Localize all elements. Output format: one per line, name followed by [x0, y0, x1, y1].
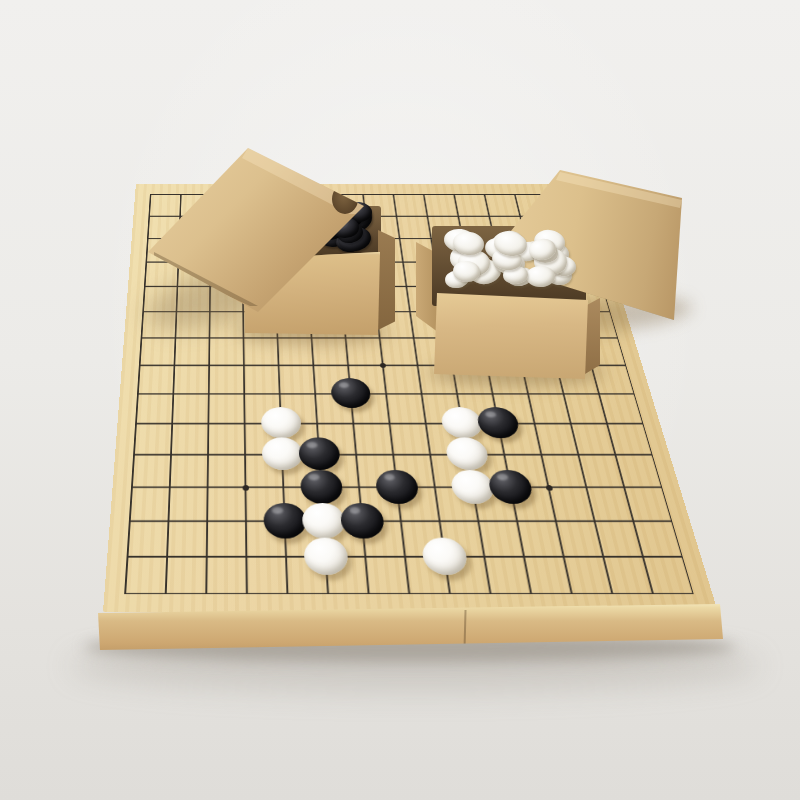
white-box-front: [432, 290, 590, 380]
white-stone[interactable]: [420, 537, 469, 574]
white-stone[interactable]: [444, 438, 490, 470]
star-point: [243, 485, 250, 491]
black-stone[interactable]: [339, 503, 385, 538]
white-stone-in-box: [526, 266, 555, 287]
white-stone[interactable]: [261, 438, 303, 470]
white-stone-heap[interactable]: [434, 226, 584, 304]
black-stone[interactable]: [263, 503, 307, 538]
black-box-side-face: [378, 224, 395, 330]
black-stone[interactable]: [486, 470, 534, 504]
black-stone[interactable]: [475, 407, 521, 438]
right-lid-rim-highlight: [554, 164, 686, 208]
star-point: [380, 363, 386, 368]
black-stone[interactable]: [374, 470, 419, 504]
white-stone[interactable]: [260, 407, 301, 438]
white-stone[interactable]: [301, 503, 346, 538]
star-point: [545, 485, 553, 491]
black-stone[interactable]: [330, 378, 372, 408]
white-stone[interactable]: [303, 537, 349, 574]
photo-scene: [0, 0, 800, 800]
black-stone[interactable]: [299, 470, 343, 504]
black-stone[interactable]: [298, 438, 341, 470]
